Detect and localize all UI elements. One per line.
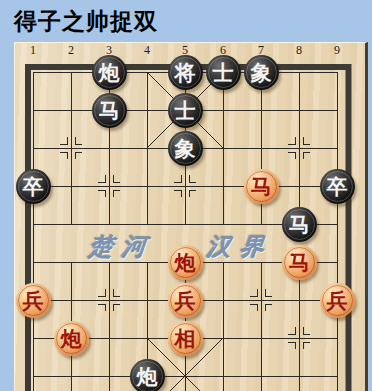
piece-black-elephant[interactable]: 象 — [244, 55, 279, 90]
piece-black-elephant[interactable]: 象 — [168, 131, 203, 166]
piece-black-general[interactable]: 将 — [168, 55, 203, 90]
river-label-right: 汉界 — [205, 231, 274, 263]
screen: 得子之帅捉双 123456789 楚河 汉界 炮将士象马士象卒马卒马炮马兵兵兵炮… — [0, 0, 372, 391]
piece-red-cannon[interactable]: 炮 — [54, 321, 89, 356]
piece-black-cannon[interactable]: 炮 — [130, 359, 165, 391]
piece-black-soldier[interactable]: 卒 — [320, 169, 355, 204]
piece-red-soldier[interactable]: 兵 — [16, 283, 51, 318]
piece-black-horse[interactable]: 马 — [282, 207, 317, 242]
piece-red-horse[interactable]: 马 — [282, 245, 317, 280]
piece-black-advisor[interactable]: 士 — [206, 55, 241, 90]
piece-red-soldier[interactable]: 兵 — [168, 283, 203, 318]
piece-black-horse[interactable]: 马 — [92, 93, 127, 128]
page-title: 得子之帅捉双 — [14, 6, 158, 37]
xiangqi-board[interactable]: 123456789 楚河 汉界 炮将士象马士象卒马卒马炮马兵兵兵炮相炮 — [14, 42, 368, 391]
piece-red-cannon[interactable]: 炮 — [168, 245, 203, 280]
piece-black-soldier[interactable]: 卒 — [16, 169, 51, 204]
piece-red-horse[interactable]: 马 — [244, 169, 279, 204]
piece-red-elephant[interactable]: 相 — [168, 321, 203, 356]
piece-red-soldier[interactable]: 兵 — [320, 283, 355, 318]
piece-black-cannon[interactable]: 炮 — [92, 55, 127, 90]
piece-black-advisor[interactable]: 士 — [168, 93, 203, 128]
river-label-left: 楚河 — [87, 231, 156, 263]
